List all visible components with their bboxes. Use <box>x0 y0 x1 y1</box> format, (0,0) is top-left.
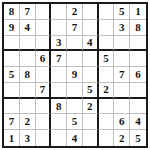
cell-r2c5-given: 7 <box>67 20 83 36</box>
cell-r4c2-empty[interactable] <box>20 51 36 67</box>
cell-r1c9-given: 1 <box>130 4 146 20</box>
cell-r7c3-empty[interactable] <box>36 99 52 115</box>
cell-r5c8-given: 7 <box>114 67 130 83</box>
cell-r9c4-empty[interactable] <box>51 130 67 146</box>
cell-r4c4-given: 7 <box>51 51 67 67</box>
cell-r6c4-empty[interactable] <box>51 83 67 99</box>
cell-r9c1-given: 1 <box>4 130 20 146</box>
cell-r3c6-given: 4 <box>83 36 99 52</box>
cell-r8c6-empty[interactable] <box>83 114 99 130</box>
cell-r9c7-empty[interactable] <box>99 130 115 146</box>
cell-r5c1-given: 5 <box>4 67 20 83</box>
cell-r3c2-empty[interactable] <box>20 36 36 52</box>
cell-r5c4-empty[interactable] <box>51 67 67 83</box>
cell-r1c6-empty[interactable] <box>83 4 99 20</box>
cell-r9c3-empty[interactable] <box>36 130 52 146</box>
cell-r7c1-empty[interactable] <box>4 99 20 115</box>
cell-r7c4-given: 8 <box>51 99 67 115</box>
cell-r7c7-empty[interactable] <box>99 99 115 115</box>
cell-r2c3-empty[interactable] <box>36 20 52 36</box>
cell-r2c2-given: 4 <box>20 20 36 36</box>
cell-r2c8-given: 3 <box>114 20 130 36</box>
cell-r2c4-empty[interactable] <box>51 20 67 36</box>
cell-r4c8-empty[interactable] <box>114 51 130 67</box>
cell-r2c7-empty[interactable] <box>99 20 115 36</box>
cell-r5c6-empty[interactable] <box>83 67 99 83</box>
cell-r6c5-empty[interactable] <box>67 83 83 99</box>
cell-r5c9-given: 6 <box>130 67 146 83</box>
cell-r6c6-given: 5 <box>83 83 99 99</box>
cell-r6c2-empty[interactable] <box>20 83 36 99</box>
cell-r8c3-empty[interactable] <box>36 114 52 130</box>
cell-r3c5-empty[interactable] <box>67 36 83 52</box>
cell-r9c8-given: 2 <box>114 130 130 146</box>
cell-r4c7-given: 5 <box>99 51 115 67</box>
cell-r8c2-given: 2 <box>20 114 36 130</box>
cell-r1c4-empty[interactable] <box>51 4 67 20</box>
cell-r1c3-empty[interactable] <box>36 4 52 20</box>
cell-r3c3-empty[interactable] <box>36 36 52 52</box>
cell-r4c5-empty[interactable] <box>67 51 83 67</box>
cell-r9c6-empty[interactable] <box>83 130 99 146</box>
cell-r3c7-empty[interactable] <box>99 36 115 52</box>
cell-r2c9-given: 8 <box>130 20 146 36</box>
cell-r3c4-given: 3 <box>51 36 67 52</box>
cell-r5c3-empty[interactable] <box>36 67 52 83</box>
cell-r6c7-given: 2 <box>99 83 115 99</box>
cell-r8c1-given: 7 <box>4 114 20 130</box>
cell-r4c9-empty[interactable] <box>130 51 146 67</box>
cell-r7c6-given: 2 <box>83 99 99 115</box>
cell-r3c8-empty[interactable] <box>114 36 130 52</box>
cell-r4c6-empty[interactable] <box>83 51 99 67</box>
cell-r4c1-empty[interactable] <box>4 51 20 67</box>
cell-r7c8-empty[interactable] <box>114 99 130 115</box>
cell-r6c1-empty[interactable] <box>4 83 20 99</box>
cell-r5c5-given: 9 <box>67 67 83 83</box>
cell-r1c1-given: 8 <box>4 4 20 20</box>
cell-r4c3-given: 6 <box>36 51 52 67</box>
cell-r8c4-empty[interactable] <box>51 114 67 130</box>
sudoku-board: 87251947383467558976752827256413425 <box>2 2 148 148</box>
cell-r8c9-given: 4 <box>130 114 146 130</box>
cell-r8c5-given: 5 <box>67 114 83 130</box>
cell-r5c2-given: 8 <box>20 67 36 83</box>
cell-r2c6-empty[interactable] <box>83 20 99 36</box>
cell-r6c9-empty[interactable] <box>130 83 146 99</box>
cell-r7c9-empty[interactable] <box>130 99 146 115</box>
cell-r3c9-empty[interactable] <box>130 36 146 52</box>
cell-r7c2-empty[interactable] <box>20 99 36 115</box>
cell-r8c7-empty[interactable] <box>99 114 115 130</box>
cell-r7c5-empty[interactable] <box>67 99 83 115</box>
cell-r1c5-given: 2 <box>67 4 83 20</box>
cell-r1c2-given: 7 <box>20 4 36 20</box>
cell-r6c8-empty[interactable] <box>114 83 130 99</box>
cell-r2c1-given: 9 <box>4 20 20 36</box>
cell-r9c9-given: 5 <box>130 130 146 146</box>
page: 87251947383467558976752827256413425 <box>0 0 150 150</box>
cell-r9c2-given: 3 <box>20 130 36 146</box>
cell-r1c7-empty[interactable] <box>99 4 115 20</box>
cell-r9c5-given: 4 <box>67 130 83 146</box>
cell-r6c3-given: 7 <box>36 83 52 99</box>
cell-r1c8-given: 5 <box>114 4 130 20</box>
cell-r5c7-empty[interactable] <box>99 67 115 83</box>
cell-r3c1-empty[interactable] <box>4 36 20 52</box>
cell-r8c8-given: 6 <box>114 114 130 130</box>
